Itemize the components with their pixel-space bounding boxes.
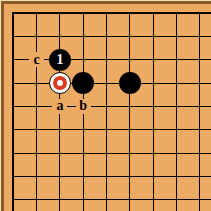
label-mask: b [76, 99, 91, 114]
label-mask: a [52, 99, 67, 114]
point-label: c [33, 53, 39, 67]
white-stone [49, 72, 71, 94]
point-b17: c [25, 48, 48, 71]
black-stone: 1 [49, 49, 71, 71]
black-stone [72, 72, 94, 94]
label-mask: c [29, 52, 44, 67]
point-c16 [48, 72, 71, 95]
point-label: b [79, 99, 87, 113]
go-board-diagram: 1cab [0, 0, 211, 211]
move-number: 1 [56, 52, 63, 66]
point-c17: 1 [48, 48, 71, 71]
circle-marker-icon [53, 76, 67, 90]
intersections-grid: 1cab [2, 2, 211, 211]
point-d15: b [72, 95, 95, 118]
black-stone [119, 72, 141, 94]
point-d16 [72, 72, 95, 95]
point-label: a [56, 99, 63, 113]
point-f16 [118, 72, 141, 95]
point-c15: a [48, 95, 71, 118]
